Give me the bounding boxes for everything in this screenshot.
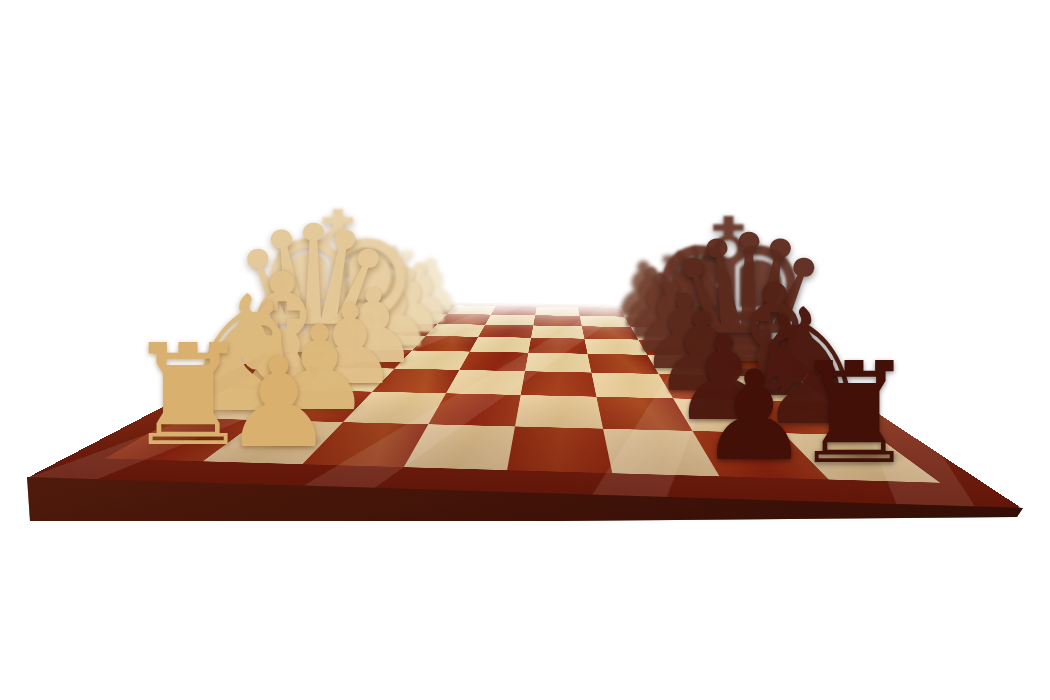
- piece-shadow: [676, 317, 743, 329]
- piece-white-pawn-b2: ♟: [261, 311, 378, 428]
- piece-shadow: [353, 353, 415, 364]
- piece-shadow: [160, 431, 244, 446]
- piece-red-bishop-c8: ♝: [697, 264, 852, 419]
- piece-red-knight-b8: ♞: [728, 288, 888, 448]
- piece-white-queen-d1: ♛: [216, 201, 411, 396]
- piece-shadow: [687, 328, 762, 342]
- piece-white-pawn-h2: ♟: [393, 250, 467, 324]
- piece-white-king-e1: ♚: [241, 187, 434, 380]
- piece-white-pawn-c2: ♟: [295, 291, 405, 401]
- piece-shadow: [296, 399, 366, 412]
- piece-white-rook-a1: ♜: [118, 326, 258, 466]
- piece-shadow: [373, 338, 430, 349]
- piece-red-pawn-f7: ♟: [616, 263, 705, 352]
- piece-red-pawn-h7: ♟: [606, 253, 680, 327]
- piece-shadow: [333, 322, 408, 336]
- piece-red-king-e8: ♚: [632, 194, 825, 387]
- piece-red-bishop-f8: ♝: [650, 234, 775, 359]
- piece-shadow: [670, 309, 720, 318]
- piece-shadow: [729, 447, 803, 461]
- piece-red-pawn-c7: ♟: [647, 298, 757, 408]
- piece-shadow: [700, 409, 770, 422]
- piece-red-pawn-a7: ♟: [692, 354, 816, 478]
- piece-white-bishop-c1: ♝: [205, 253, 360, 408]
- piece-shadow: [372, 304, 422, 313]
- piece-shadow: [210, 395, 306, 413]
- piece-white-pawn-f2: ♟: [363, 258, 452, 347]
- piece-shadow: [390, 325, 443, 335]
- piece-white-pawn-e2: ♟: [344, 266, 440, 362]
- piece-shadow: [710, 356, 827, 377]
- chess-photo-scene: ♜♞♝♛♚♝♞♜♟♟♟♟♟♟♟♟♟♟♟♟♟♟♟♟♜♞♝♛♚♝♞♜: [0, 0, 1050, 700]
- piece-white-knight-b1: ♞: [162, 275, 322, 435]
- piece-white-bishop-f1: ♝: [296, 228, 421, 353]
- piece-red-knight-g8: ♞: [643, 233, 755, 345]
- piece-white-pawn-d2: ♟: [322, 276, 425, 379]
- piece-shadow: [251, 369, 344, 386]
- piece-red-pawn-b7: ♟: [665, 321, 782, 438]
- piece-shadow: [416, 305, 461, 313]
- piece-red-pawn-e7: ♟: [623, 271, 719, 367]
- piece-red-queen-d8: ♛: [651, 210, 846, 405]
- piece-shadow: [299, 332, 415, 353]
- piece-red-pawn-g7: ♟: [610, 257, 691, 338]
- piece-shadow: [352, 312, 419, 324]
- piece-shadow: [328, 373, 394, 385]
- piece-red-rook-a8: ♜: [784, 344, 924, 484]
- piece-shadow: [744, 380, 837, 397]
- piece-shadow: [652, 343, 709, 354]
- piece-white-knight-g1: ♞: [319, 228, 431, 340]
- piece-white-pawn-g2: ♟: [379, 253, 460, 334]
- piece-shadow: [664, 359, 726, 370]
- piece-white-rook-h1: ♜: [347, 241, 431, 325]
- piece-red-pawn-d7: ♟: [633, 282, 736, 385]
- piece-shadow: [635, 318, 684, 327]
- piece-shadow: [404, 314, 453, 323]
- piece-shadow: [826, 449, 910, 464]
- piece-shadow: [680, 381, 746, 393]
- piece-shadow: [254, 434, 328, 448]
- piece-shadow: [690, 339, 806, 360]
- piece-shadow: [629, 309, 674, 317]
- piece-shadow: [776, 408, 872, 426]
- piece-red-rook-h8: ♜: [645, 246, 729, 330]
- piece-shadow: [642, 329, 695, 339]
- piece-shadow: [274, 348, 391, 369]
- pieces-layer: ♜♞♝♛♚♝♞♜♟♟♟♟♟♟♟♟♟♟♟♟♟♟♟♟♜♞♝♛♚♝♞♜: [0, 0, 1050, 700]
- piece-white-pawn-a2: ♟: [217, 341, 341, 465]
